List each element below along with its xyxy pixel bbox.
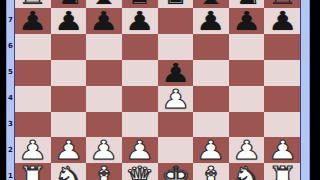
piece-black-pawn-c7[interactable]: ♟ — [89, 8, 119, 34]
rank-coordinate-strip: 87654321 — [6, 0, 15, 180]
square-d2[interactable]: ♟ — [122, 137, 158, 163]
square-f3[interactable] — [193, 112, 229, 138]
rank-label-2: 2 — [7, 146, 14, 155]
square-d7[interactable]: ♟ — [122, 8, 158, 34]
square-c5[interactable] — [86, 60, 122, 86]
piece-black-pawn-b7[interactable]: ♟ — [54, 8, 84, 34]
square-e5[interactable]: ♟ — [158, 60, 194, 86]
square-a4[interactable] — [15, 86, 51, 112]
square-b4[interactable] — [51, 86, 87, 112]
rank-label-5: 5 — [7, 68, 14, 77]
square-e6[interactable] — [158, 34, 194, 60]
piece-white-bishop-f1[interactable]: ♝ — [196, 163, 226, 180]
square-f6[interactable] — [193, 34, 229, 60]
square-g6[interactable] — [229, 34, 265, 60]
piece-black-pawn-a7[interactable]: ♟ — [18, 8, 48, 34]
piece-white-pawn-a2[interactable]: ♟ — [18, 137, 48, 163]
piece-white-pawn-g2[interactable]: ♟ — [232, 137, 262, 163]
right-border-strip — [300, 0, 310, 180]
square-c2[interactable]: ♟ — [86, 137, 122, 163]
piece-white-rook-a1[interactable]: ♜ — [18, 163, 48, 180]
piece-black-pawn-d7[interactable]: ♟ — [125, 8, 155, 34]
chess-board[interactable]: ♜♞♝♛♚♝♞♜♟♟♟♟♟♟♟♟♟♟♟♟♟♟♟♟♜♞♝♛♚♝♞♜ — [15, 0, 300, 180]
square-f5[interactable] — [193, 60, 229, 86]
square-d6[interactable] — [122, 34, 158, 60]
square-h1[interactable]: ♜ — [264, 163, 300, 180]
square-d1[interactable]: ♛ — [122, 163, 158, 180]
piece-white-knight-g1[interactable]: ♞ — [232, 163, 262, 180]
square-b2[interactable]: ♟ — [51, 137, 87, 163]
piece-white-bishop-c1[interactable]: ♝ — [89, 163, 119, 180]
square-b7[interactable]: ♟ — [51, 8, 87, 34]
piece-black-pawn-f7[interactable]: ♟ — [196, 8, 226, 34]
square-g2[interactable]: ♟ — [229, 137, 265, 163]
square-g3[interactable] — [229, 112, 265, 138]
square-d3[interactable] — [122, 112, 158, 138]
square-e1[interactable]: ♚ — [158, 163, 194, 180]
square-h6[interactable] — [264, 34, 300, 60]
piece-white-king-e1[interactable]: ♚ — [160, 163, 190, 180]
square-b5[interactable] — [51, 60, 87, 86]
rank-label-4: 4 — [7, 94, 14, 103]
square-b6[interactable] — [51, 34, 87, 60]
square-e8[interactable]: ♚ — [158, 0, 194, 8]
piece-white-pawn-c2[interactable]: ♟ — [89, 137, 119, 163]
square-a1[interactable]: ♜ — [15, 163, 51, 180]
square-f7[interactable]: ♟ — [193, 8, 229, 34]
square-c7[interactable]: ♟ — [86, 8, 122, 34]
piece-black-pawn-e5[interactable]: ♟ — [160, 60, 190, 86]
piece-white-pawn-e4[interactable]: ♟ — [160, 86, 190, 112]
square-f4[interactable] — [193, 86, 229, 112]
piece-white-pawn-b2[interactable]: ♟ — [54, 137, 84, 163]
square-c6[interactable] — [86, 34, 122, 60]
square-b1[interactable]: ♞ — [51, 163, 87, 180]
square-h4[interactable] — [264, 86, 300, 112]
rank-label-3: 3 — [7, 120, 14, 129]
square-g1[interactable]: ♞ — [229, 163, 265, 180]
piece-black-king-e8[interactable]: ♚ — [160, 0, 190, 8]
square-h2[interactable]: ♟ — [264, 137, 300, 163]
square-d5[interactable] — [122, 60, 158, 86]
piece-white-knight-b1[interactable]: ♞ — [54, 163, 84, 180]
square-e3[interactable] — [158, 112, 194, 138]
square-h7[interactable]: ♟ — [264, 8, 300, 34]
square-d4[interactable] — [122, 86, 158, 112]
square-e4[interactable]: ♟ — [158, 86, 194, 112]
piece-white-pawn-d2[interactable]: ♟ — [125, 137, 155, 163]
square-g7[interactable]: ♟ — [229, 8, 265, 34]
square-h5[interactable] — [264, 60, 300, 86]
rank-label-7: 7 — [7, 16, 14, 25]
piece-white-pawn-f2[interactable]: ♟ — [196, 137, 226, 163]
square-a5[interactable] — [15, 60, 51, 86]
piece-black-pawn-h7[interactable]: ♟ — [267, 8, 297, 34]
square-a3[interactable] — [15, 112, 51, 138]
square-e7[interactable] — [158, 8, 194, 34]
square-h3[interactable] — [264, 112, 300, 138]
square-f2[interactable]: ♟ — [193, 137, 229, 163]
rank-label-6: 6 — [7, 42, 14, 51]
piece-white-queen-d1[interactable]: ♛ — [125, 163, 155, 180]
square-a2[interactable]: ♟ — [15, 137, 51, 163]
piece-black-pawn-g7[interactable]: ♟ — [232, 8, 262, 34]
square-c4[interactable] — [86, 86, 122, 112]
square-c3[interactable] — [86, 112, 122, 138]
square-f1[interactable]: ♝ — [193, 163, 229, 180]
square-g5[interactable] — [229, 60, 265, 86]
square-c1[interactable]: ♝ — [86, 163, 122, 180]
square-b3[interactable] — [51, 112, 87, 138]
square-e2[interactable] — [158, 137, 194, 163]
square-a6[interactable] — [15, 34, 51, 60]
square-a7[interactable]: ♟ — [15, 8, 51, 34]
square-g4[interactable] — [229, 86, 265, 112]
piece-white-pawn-h2[interactable]: ♟ — [267, 137, 297, 163]
rank-label-1: 1 — [7, 172, 14, 180]
piece-white-rook-h1[interactable]: ♜ — [267, 163, 297, 180]
